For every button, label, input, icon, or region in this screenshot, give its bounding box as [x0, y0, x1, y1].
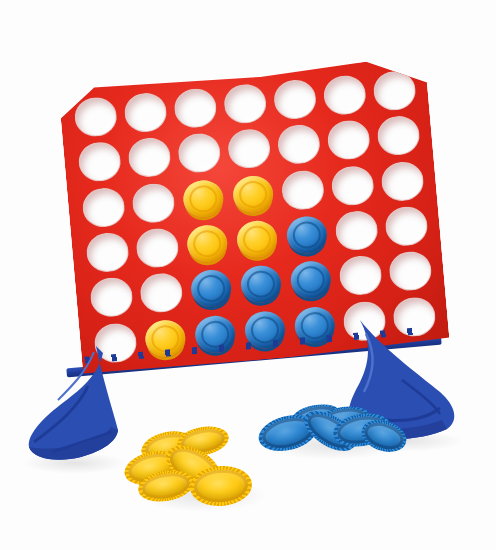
blue-disc	[289, 260, 332, 300]
yellow-pile-shadow	[138, 478, 268, 512]
blue-disc	[190, 269, 233, 309]
left-stand	[22, 346, 122, 468]
cell-col3-row5[interactable]	[184, 264, 238, 314]
empty-hole	[227, 128, 272, 171]
cell-col2-row2[interactable]	[123, 133, 177, 183]
empty-hole	[326, 119, 371, 162]
connect-four-photo	[0, 0, 496, 550]
cell-col7-row1[interactable]	[368, 66, 422, 116]
cell-col1-row2[interactable]	[73, 137, 127, 187]
empty-hole	[85, 231, 130, 274]
empty-hole	[380, 160, 425, 203]
cell-col1-row5[interactable]	[85, 273, 139, 323]
empty-hole	[89, 276, 134, 319]
tray-disc-yellow[interactable]	[138, 427, 197, 468]
empty-hole	[338, 255, 383, 298]
cell-col4-row5[interactable]	[234, 260, 288, 310]
cell-col6-row3[interactable]	[326, 161, 380, 211]
empty-hole	[384, 205, 429, 248]
empty-hole	[139, 272, 184, 315]
empty-hole	[330, 164, 375, 207]
yellow-disc	[182, 178, 225, 218]
cell-col2-row4[interactable]	[131, 223, 185, 273]
empty-hole	[127, 137, 172, 180]
empty-hole	[334, 210, 379, 253]
empty-hole	[177, 132, 222, 175]
blue-disc	[239, 264, 282, 304]
blue-disc	[285, 215, 328, 255]
cell-col6-row1[interactable]	[318, 71, 372, 121]
cell-col2-row1[interactable]	[119, 88, 173, 138]
empty-hole	[276, 124, 321, 167]
cell-col5-row5[interactable]	[284, 256, 338, 306]
cell-col1-row3[interactable]	[77, 183, 131, 233]
empty-hole	[372, 70, 417, 113]
yellow-disc	[186, 224, 229, 264]
empty-hole	[131, 182, 176, 225]
cell-col1-row1[interactable]	[69, 92, 123, 142]
cell-col5-row1[interactable]	[268, 75, 322, 125]
empty-hole	[135, 227, 180, 270]
empty-hole	[280, 169, 325, 212]
empty-hole	[322, 74, 367, 117]
empty-hole	[376, 115, 421, 158]
tray-disc-blue[interactable]	[289, 401, 342, 433]
yellow-disc	[236, 219, 279, 259]
cell-col5-row3[interactable]	[276, 165, 330, 215]
cell-col6-row2[interactable]	[322, 116, 376, 166]
cell-col6-row5[interactable]	[334, 251, 388, 301]
cell-col3-row4[interactable]	[180, 219, 234, 269]
cell-col5-row2[interactable]	[272, 120, 326, 170]
empty-hole	[173, 87, 218, 130]
cell-col4-row2[interactable]	[222, 124, 276, 174]
yellow-disc	[232, 174, 275, 214]
cell-col2-row3[interactable]	[127, 178, 181, 228]
cell-col3-row2[interactable]	[172, 129, 226, 179]
empty-hole	[272, 78, 317, 121]
right-stand	[342, 320, 462, 448]
empty-hole	[77, 141, 122, 184]
empty-hole	[223, 83, 268, 126]
cell-col4-row4[interactable]	[230, 215, 284, 265]
cell-col7-row5[interactable]	[384, 247, 438, 297]
cell-col7-row2[interactable]	[372, 111, 426, 161]
cell-col5-row4[interactable]	[280, 210, 334, 260]
cell-col4-row3[interactable]	[226, 170, 280, 220]
empty-hole	[81, 186, 126, 229]
cell-col7-row4[interactable]	[380, 202, 434, 252]
cell-col3-row1[interactable]	[169, 84, 223, 134]
cell-col7-row3[interactable]	[376, 156, 430, 206]
cell-col6-row4[interactable]	[330, 206, 384, 256]
cell-col1-row4[interactable]	[81, 228, 135, 278]
tray-disc-yellow[interactable]	[175, 423, 231, 460]
cell-col4-row1[interactable]	[218, 79, 272, 129]
cell-col2-row5[interactable]	[135, 269, 189, 319]
empty-hole	[388, 250, 433, 293]
cell-col3-row3[interactable]	[176, 174, 230, 224]
empty-hole	[73, 96, 118, 139]
empty-hole	[123, 91, 168, 134]
